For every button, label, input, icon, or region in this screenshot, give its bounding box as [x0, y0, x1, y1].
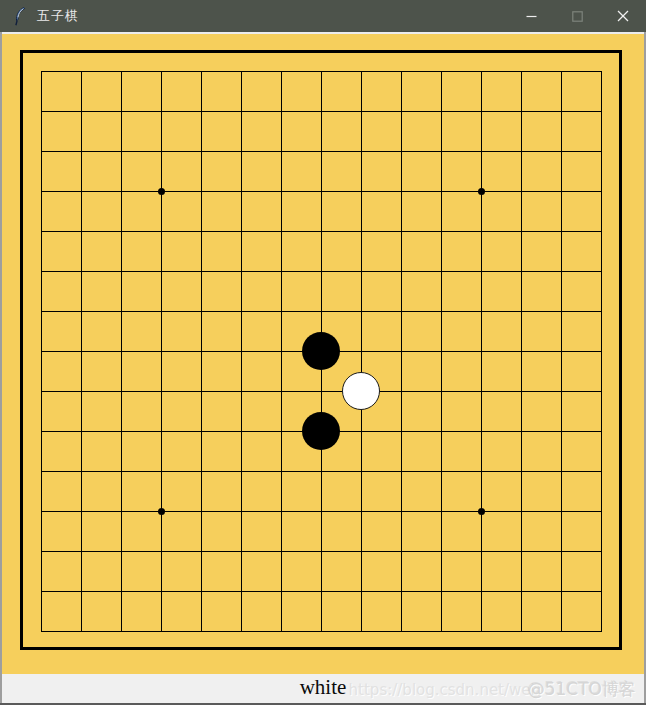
close-button[interactable]: [600, 0, 646, 32]
star-point: [478, 188, 485, 195]
board-grid[interactable]: ●○●: [21, 51, 621, 651]
close-icon: [617, 10, 629, 22]
stone-black: ●: [302, 412, 340, 450]
window-border-left: [0, 32, 2, 705]
stone-white: ○: [342, 372, 380, 410]
window-content: ●○● white https://blog.csdn.net/wei@51CT…: [0, 32, 646, 705]
board-cell: ○: [341, 371, 381, 411]
star-point: [158, 508, 165, 515]
status-bar: white https://blog.csdn.net/wei@51CTO博客: [2, 674, 644, 703]
window-controls: [508, 0, 646, 32]
window-title: 五子棋: [37, 7, 79, 25]
stone-black: ●: [302, 332, 340, 370]
watermark-url: https://blog.csdn.net/wei: [349, 681, 535, 699]
minimize-button[interactable]: [508, 0, 554, 32]
watermark: https://blog.csdn.net/wei@51CTO博客: [349, 678, 636, 701]
tk-feather-icon: [14, 7, 27, 26]
board-cell: ●: [301, 331, 341, 371]
minimize-icon: [526, 11, 537, 22]
maximize-button[interactable]: [554, 0, 600, 32]
board-cell: ●: [301, 411, 341, 451]
titlebar: 五子棋: [0, 0, 646, 32]
star-point: [158, 188, 165, 195]
app-window: 五子棋 ●○●: [0, 0, 646, 705]
star-point: [478, 508, 485, 515]
maximize-icon: [572, 11, 583, 22]
board-canvas[interactable]: ●○●: [2, 34, 644, 674]
watermark-tag: @51CTO博客: [528, 679, 636, 699]
